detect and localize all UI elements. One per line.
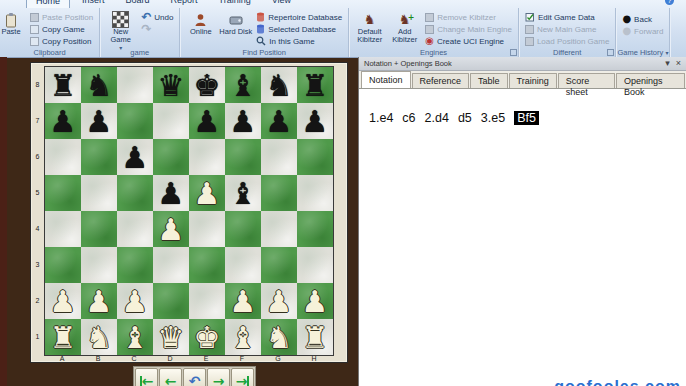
- square-f6[interactable]: [225, 139, 261, 175]
- white-pawn[interactable]: ♟: [261, 283, 297, 319]
- repertoire-database-button[interactable]: Repertoire Database: [254, 11, 344, 23]
- uci-engine-icon: ◉: [425, 36, 434, 46]
- black-rook[interactable]: ♜: [297, 67, 333, 103]
- black-queen[interactable]: ♛: [153, 67, 189, 103]
- paste-position-icon: [30, 13, 39, 22]
- remove-kibitzer-icon: [425, 13, 434, 22]
- file-label-a: A: [44, 355, 80, 363]
- square-b4[interactable]: [81, 211, 117, 247]
- takeback-button[interactable]: ↶: [183, 368, 206, 386]
- clipboard-icon: [4, 11, 18, 28]
- square-f3[interactable]: [225, 247, 261, 283]
- square-b7[interactable]: ♟: [81, 103, 117, 139]
- paste-label: Paste: [1, 28, 20, 36]
- square-b2[interactable]: ♟: [81, 283, 117, 319]
- ribbon-tab-bar: HomeInsertBoardReportTrainingView: [0, 0, 686, 8]
- black-rook[interactable]: ♜: [45, 67, 81, 103]
- selected-database-button[interactable]: Selected Database: [254, 23, 344, 35]
- tab-score-sheet[interactable]: Score sheet: [558, 73, 615, 88]
- change-main-engine-icon: [425, 25, 434, 34]
- square-g1[interactable]: ♞: [261, 319, 297, 355]
- square-g3[interactable]: [261, 247, 297, 283]
- square-e6[interactable]: [189, 139, 225, 175]
- new-game-button[interactable]: New Game ▾: [104, 9, 137, 47]
- square-h7[interactable]: ♟: [297, 103, 333, 139]
- square-f2[interactable]: ♟: [225, 283, 261, 319]
- white-queen[interactable]: ♛: [153, 319, 189, 355]
- square-h8[interactable]: ♜: [297, 67, 333, 103]
- square-e7[interactable]: ♟: [189, 103, 225, 139]
- paste-position-button[interactable]: Paste Position: [28, 11, 95, 23]
- square-c3[interactable]: [117, 247, 153, 283]
- white-knight[interactable]: ♞: [261, 319, 297, 355]
- rank-label-3: 3: [31, 246, 44, 282]
- history-forward-button[interactable]: ● Forward: [620, 25, 665, 37]
- group-clipboard: Paste Paste Position Copy Game Copy Posi…: [0, 8, 100, 57]
- black-pawn[interactable]: ♟: [261, 103, 297, 139]
- white-pawn[interactable]: ♟: [189, 175, 225, 211]
- white-pawn[interactable]: ♟: [45, 283, 81, 319]
- black-pawn[interactable]: ♟: [45, 103, 81, 139]
- redo-icon: ↷: [141, 24, 151, 34]
- group-engines: ♞ Default Kibitzer ♞+ Add Kibitzer Remov…: [349, 8, 519, 57]
- back-ball-icon: ●: [622, 14, 631, 24]
- repertoire-database-icon: [256, 12, 265, 22]
- group-label-different: Different: [519, 48, 616, 57]
- load-position-game-button[interactable]: Load Position Game: [523, 35, 612, 47]
- new-game-board-icon: [112, 11, 129, 28]
- square-e4[interactable]: [189, 211, 225, 247]
- square-c1[interactable]: ♝: [117, 319, 153, 355]
- ribbon-tab-training[interactable]: Training: [210, 0, 260, 8]
- rank-label-7: 7: [31, 102, 44, 138]
- tab-table[interactable]: Table: [470, 73, 508, 88]
- white-bishop[interactable]: ♝: [225, 319, 261, 355]
- copy-position-icon: [30, 37, 39, 46]
- add-kibitzer-button[interactable]: ♞+ Add Kibitzer: [388, 9, 421, 47]
- move-navigation-toolbar: ← ← ↶ → →: [133, 366, 256, 386]
- white-pawn[interactable]: ♟: [225, 283, 261, 319]
- ribbon-tab-report[interactable]: Report: [162, 0, 207, 8]
- square-g5[interactable]: [261, 175, 297, 211]
- chess-board: ♜♞♛♚♝♞♜♟♟♟♟♟♟♟♟♟♝♟♟♟♟♟♟♟♜♞♝♛♚♝♞♜: [44, 66, 334, 356]
- edit-game-data-button[interactable]: Edit Game Data: [523, 11, 612, 23]
- white-pawn[interactable]: ♟: [117, 283, 153, 319]
- group-label-game: game: [100, 48, 179, 57]
- copy-game-icon: [30, 25, 39, 34]
- rank-label-2: 2: [31, 282, 44, 318]
- square-h3[interactable]: [297, 247, 333, 283]
- square-a3[interactable]: [45, 247, 81, 283]
- square-c7[interactable]: [117, 103, 153, 139]
- square-b6[interactable]: [81, 139, 117, 175]
- square-e3[interactable]: [189, 247, 225, 283]
- rank-label-5: 5: [31, 174, 44, 210]
- in-this-game-button[interactable]: In this Game: [254, 35, 344, 47]
- selected-database-icon: [256, 24, 265, 34]
- change-main-engine-button[interactable]: Change Main Engine: [423, 23, 514, 35]
- square-e2[interactable]: [189, 283, 225, 319]
- square-a8[interactable]: ♜: [45, 67, 81, 103]
- square-d2[interactable]: [153, 283, 189, 319]
- white-bishop[interactable]: ♝: [117, 319, 153, 355]
- file-label-e: E: [188, 355, 224, 363]
- edit-game-data-icon: [525, 12, 535, 22]
- white-king[interactable]: ♚: [189, 319, 225, 355]
- online-button[interactable]: Online: [184, 9, 217, 47]
- go-to-end-button[interactable]: →: [231, 368, 254, 386]
- hard-disk-icon: [229, 11, 243, 28]
- paste-button[interactable]: Paste: [0, 9, 26, 47]
- square-a5[interactable]: [45, 175, 81, 211]
- square-e1[interactable]: ♚: [189, 319, 225, 355]
- default-kibitzer-button[interactable]: ♞ Default Kibitzer: [353, 9, 386, 47]
- square-a1[interactable]: ♜: [45, 319, 81, 355]
- forward-one-move-button[interactable]: →: [207, 368, 230, 386]
- rank-label-1: 1: [31, 318, 44, 354]
- square-c5[interactable]: [117, 175, 153, 211]
- square-c6[interactable]: ♟: [117, 139, 153, 175]
- undo-icon: ↶: [141, 12, 151, 22]
- move-d5[interactable]: d5: [458, 111, 472, 125]
- new-main-game-button[interactable]: New Main Game: [523, 23, 612, 35]
- chevron-down-icon: ▾: [665, 50, 668, 56]
- forward-ball-icon: ●: [622, 26, 631, 36]
- arrow-left-icon: ←: [142, 374, 154, 386]
- black-king[interactable]: ♚: [189, 67, 225, 103]
- copy-game-button[interactable]: Copy Game: [28, 23, 95, 35]
- ribbon: HomeInsertBoardReportTrainingView ? Past…: [0, 0, 686, 58]
- square-g6[interactable]: [261, 139, 297, 175]
- group-label-engines: Engines: [349, 48, 518, 57]
- square-b3[interactable]: [81, 247, 117, 283]
- magnifier-icon: [256, 36, 266, 46]
- redo-button[interactable]: ↷: [139, 23, 175, 35]
- white-knight[interactable]: ♞: [81, 319, 117, 355]
- new-main-game-icon: [525, 25, 534, 34]
- move-Bf5[interactable]: Bf5: [514, 111, 539, 125]
- black-bishop[interactable]: ♝: [225, 67, 261, 103]
- black-pawn[interactable]: ♟: [153, 175, 189, 211]
- square-c4[interactable]: [117, 211, 153, 247]
- square-f7[interactable]: ♟: [225, 103, 261, 139]
- notation-panel: Notation + Openings Book ▾ × NotationRef…: [358, 57, 686, 386]
- black-pawn[interactable]: ♟: [81, 103, 117, 139]
- ribbon-body: Paste Paste Position Copy Game Copy Posi…: [0, 8, 686, 57]
- ribbon-tab-view[interactable]: View: [263, 0, 300, 8]
- history-back-button[interactable]: ● Back: [620, 13, 665, 25]
- square-a2[interactable]: ♟: [45, 283, 81, 319]
- square-d1[interactable]: ♛: [153, 319, 189, 355]
- square-a4[interactable]: [45, 211, 81, 247]
- curved-undo-arrow-icon: ↶: [189, 374, 201, 386]
- group-label-clipboard: Clipboard: [0, 48, 99, 57]
- go-to-start-button[interactable]: ←: [135, 368, 158, 386]
- white-pawn[interactable]: ♟: [153, 211, 189, 247]
- square-d7[interactable]: [153, 103, 189, 139]
- square-g2[interactable]: ♟: [261, 283, 297, 319]
- notation-tab-bar: NotationReferenceTableTrainingScore shee…: [359, 71, 686, 89]
- move-c6[interactable]: c6: [402, 111, 415, 125]
- group-game: New Game ▾ ↶ Undo ↷ game: [100, 8, 180, 57]
- file-labels: ABCDEFGH: [44, 355, 332, 363]
- group-label-game-history: Game History ▾: [616, 48, 669, 57]
- ribbon-tab-insert[interactable]: Insert: [73, 0, 114, 8]
- square-d5[interactable]: ♟: [153, 175, 189, 211]
- panel-close-icon[interactable]: ×: [676, 59, 681, 68]
- tab-training[interactable]: Training: [509, 73, 557, 88]
- square-f8[interactable]: ♝: [225, 67, 261, 103]
- group-label-find-position: Find Position: [180, 48, 348, 57]
- create-uci-engine-button[interactable]: ◉ Create UCI Engine: [423, 35, 514, 47]
- square-a6[interactable]: [45, 139, 81, 175]
- add-kibitzer-knight-icon: ♞+: [399, 13, 411, 27]
- ribbon-tab-home[interactable]: Home: [26, 0, 70, 8]
- copy-position-button[interactable]: Copy Position: [28, 35, 95, 47]
- arrow-right-icon: →: [213, 374, 225, 386]
- square-h2[interactable]: ♟: [297, 283, 333, 319]
- remove-kibitzer-button[interactable]: Remove Kibitzer: [423, 11, 514, 23]
- square-b8[interactable]: ♞: [81, 67, 117, 103]
- board-frame: 87654321 ♜♞♛♚♝♞♜♟♟♟♟♟♟♟♟♟♝♟♟♟♟♟♟♟♜♞♝♛♚♝♞…: [30, 62, 348, 363]
- square-d8[interactable]: ♛: [153, 67, 189, 103]
- wood-edge-strip: [0, 57, 7, 386]
- square-d6[interactable]: [153, 139, 189, 175]
- back-one-move-button[interactable]: ←: [159, 368, 182, 386]
- file-label-h: H: [296, 355, 332, 363]
- square-b5[interactable]: [81, 175, 117, 211]
- file-label-c: C: [116, 355, 152, 363]
- square-g7[interactable]: ♟: [261, 103, 297, 139]
- arrow-left-icon: ←: [165, 374, 177, 386]
- square-h6[interactable]: [297, 139, 333, 175]
- square-b1[interactable]: ♞: [81, 319, 117, 355]
- square-e5[interactable]: ♟: [189, 175, 225, 211]
- black-bishop[interactable]: ♝: [225, 175, 261, 211]
- square-g4[interactable]: [261, 211, 297, 247]
- tab-notation[interactable]: Notation: [361, 71, 411, 88]
- kibitzer-knight-icon: ♞: [364, 13, 376, 27]
- black-pawn[interactable]: ♟: [297, 103, 333, 139]
- tab-reference[interactable]: Reference: [412, 73, 470, 88]
- rank-label-6: 6: [31, 138, 44, 174]
- file-label-b: B: [80, 355, 116, 363]
- move-2.d4[interactable]: 2.d4: [425, 111, 449, 125]
- group-game-history: ● Back ● Forward Game History ▾: [616, 8, 670, 57]
- panel-collapse-icon[interactable]: ▾: [665, 59, 670, 68]
- white-rook[interactable]: ♜: [297, 319, 333, 355]
- arrow-right-icon: →: [236, 374, 248, 386]
- notation-panel-titlebar[interactable]: Notation + Openings Book ▾ ×: [359, 57, 686, 71]
- ribbon-tab-board[interactable]: Board: [117, 0, 159, 8]
- square-g8[interactable]: ♞: [261, 67, 297, 103]
- black-knight[interactable]: ♞: [81, 67, 117, 103]
- black-pawn[interactable]: ♟: [189, 103, 225, 139]
- ribbon-spacer: [670, 8, 686, 57]
- bar-icon: [247, 376, 249, 386]
- square-d4[interactable]: ♟: [153, 211, 189, 247]
- rank-labels: 87654321: [31, 66, 44, 354]
- square-a7[interactable]: ♟: [45, 103, 81, 139]
- app-window: HomeInsertBoardReportTrainingView ? Past…: [0, 0, 686, 386]
- square-h5[interactable]: [297, 175, 333, 211]
- white-pawn[interactable]: ♟: [81, 283, 117, 319]
- rank-label-8: 8: [31, 66, 44, 102]
- white-pawn[interactable]: ♟: [297, 283, 333, 319]
- black-pawn[interactable]: ♟: [117, 139, 153, 175]
- black-knight[interactable]: ♞: [261, 67, 297, 103]
- file-label-g: G: [260, 355, 296, 363]
- watermark: goofooles com: [554, 378, 681, 386]
- online-person-icon: [194, 11, 207, 28]
- group-find-position: Online Hard Disk Repertoire Database: [180, 8, 349, 57]
- black-pawn[interactable]: ♟: [225, 103, 261, 139]
- rank-label-4: 4: [31, 210, 44, 246]
- tab-openings-book[interactable]: Openings Book: [616, 73, 685, 88]
- square-h1[interactable]: ♜: [297, 319, 333, 355]
- square-f4[interactable]: [225, 211, 261, 247]
- white-rook[interactable]: ♜: [45, 319, 81, 355]
- file-label-f: F: [224, 355, 260, 363]
- square-f5[interactable]: ♝: [225, 175, 261, 211]
- square-f1[interactable]: ♝: [225, 319, 261, 355]
- group-different: Edit Game Data New Main Game Load Positi…: [519, 8, 617, 57]
- square-e8[interactable]: ♚: [189, 67, 225, 103]
- notation-panel-title: Notation + Openings Book: [364, 59, 452, 68]
- load-position-game-icon: [525, 37, 534, 46]
- file-label-d: D: [152, 355, 188, 363]
- square-c2[interactable]: ♟: [117, 283, 153, 319]
- move-3.e5[interactable]: 3.e5: [481, 111, 505, 125]
- square-c8[interactable]: [117, 67, 153, 103]
- square-d3[interactable]: [153, 247, 189, 283]
- square-h4[interactable]: [297, 211, 333, 247]
- move-1.e4[interactable]: 1.e4: [369, 111, 393, 125]
- hard-disk-button[interactable]: Hard Disk: [219, 9, 252, 47]
